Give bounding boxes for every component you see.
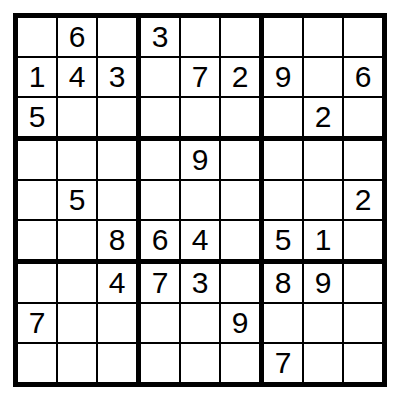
cell-r2c9: 6 — [344, 58, 382, 96]
cell-r5c6[interactable] — [221, 181, 259, 219]
box-5: 964 — [141, 141, 259, 259]
cell-r9c1[interactable] — [18, 344, 56, 382]
cell-r9c7: 7 — [264, 344, 302, 382]
cell-r5c9: 2 — [344, 181, 382, 219]
cell-r1c2: 6 — [58, 18, 96, 56]
cell-r2c8[interactable] — [304, 58, 342, 96]
box-8: 739 — [141, 264, 259, 382]
cell-r6c3: 8 — [98, 221, 136, 259]
sudoku-board: 614353729625896425147739897 — [13, 13, 387, 387]
cell-r4c2[interactable] — [58, 141, 96, 179]
cell-r7c3: 4 — [98, 264, 136, 302]
cell-r7c4: 7 — [141, 264, 179, 302]
cell-r9c8[interactable] — [304, 344, 342, 382]
box-6: 251 — [264, 141, 382, 259]
cell-r3c6[interactable] — [221, 98, 259, 136]
cell-r7c1[interactable] — [18, 264, 56, 302]
cell-r4c3[interactable] — [98, 141, 136, 179]
box-4: 58 — [18, 141, 136, 259]
cell-r2c1: 1 — [18, 58, 56, 96]
cell-r8c3[interactable] — [98, 304, 136, 342]
cell-r7c9[interactable] — [344, 264, 382, 302]
cell-r5c7[interactable] — [264, 181, 302, 219]
cell-r5c1[interactable] — [18, 181, 56, 219]
cell-r7c5: 3 — [181, 264, 219, 302]
cell-r5c8[interactable] — [304, 181, 342, 219]
cell-r3c4[interactable] — [141, 98, 179, 136]
cell-r4c7[interactable] — [264, 141, 302, 179]
cell-r1c5[interactable] — [181, 18, 219, 56]
cell-r5c4[interactable] — [141, 181, 179, 219]
cell-r1c9[interactable] — [344, 18, 382, 56]
cell-r1c1[interactable] — [18, 18, 56, 56]
box-7: 47 — [18, 264, 136, 382]
cell-r5c3[interactable] — [98, 181, 136, 219]
cell-r8c9[interactable] — [344, 304, 382, 342]
cell-r9c4[interactable] — [141, 344, 179, 382]
cell-r1c8[interactable] — [304, 18, 342, 56]
cell-r3c2[interactable] — [58, 98, 96, 136]
cell-r2c4[interactable] — [141, 58, 179, 96]
cell-r8c7[interactable] — [264, 304, 302, 342]
cell-r8c4[interactable] — [141, 304, 179, 342]
cell-r3c1: 5 — [18, 98, 56, 136]
cell-r1c7[interactable] — [264, 18, 302, 56]
cell-r3c8: 2 — [304, 98, 342, 136]
cell-r9c9[interactable] — [344, 344, 382, 382]
cell-r9c2[interactable] — [58, 344, 96, 382]
cell-r9c5[interactable] — [181, 344, 219, 382]
cell-r1c4: 3 — [141, 18, 179, 56]
box-3: 962 — [264, 18, 382, 136]
box-9: 897 — [264, 264, 382, 382]
cell-r4c8[interactable] — [304, 141, 342, 179]
cell-r6c7: 5 — [264, 221, 302, 259]
cell-r6c2[interactable] — [58, 221, 96, 259]
cell-r9c6[interactable] — [221, 344, 259, 382]
cell-r8c1: 7 — [18, 304, 56, 342]
cell-r8c5[interactable] — [181, 304, 219, 342]
cell-r3c9[interactable] — [344, 98, 382, 136]
cell-r5c2: 5 — [58, 181, 96, 219]
cell-r1c3[interactable] — [98, 18, 136, 56]
cell-r5c5[interactable] — [181, 181, 219, 219]
cell-r2c5: 7 — [181, 58, 219, 96]
cell-r2c2: 4 — [58, 58, 96, 96]
cell-r2c7: 9 — [264, 58, 302, 96]
box-1: 61435 — [18, 18, 136, 136]
cell-r8c2[interactable] — [58, 304, 96, 342]
cell-r3c3[interactable] — [98, 98, 136, 136]
cell-r8c8[interactable] — [304, 304, 342, 342]
cell-r6c6[interactable] — [221, 221, 259, 259]
cell-r2c6: 2 — [221, 58, 259, 96]
cell-r3c5[interactable] — [181, 98, 219, 136]
box-2: 372 — [141, 18, 259, 136]
cell-r7c6[interactable] — [221, 264, 259, 302]
cell-r1c6[interactable] — [221, 18, 259, 56]
cell-r3c7[interactable] — [264, 98, 302, 136]
cell-r6c9[interactable] — [344, 221, 382, 259]
cell-r4c1[interactable] — [18, 141, 56, 179]
cell-r2c3: 3 — [98, 58, 136, 96]
cell-r8c6: 9 — [221, 304, 259, 342]
cell-r6c8: 1 — [304, 221, 342, 259]
cell-r4c9[interactable] — [344, 141, 382, 179]
cell-r4c6[interactable] — [221, 141, 259, 179]
cell-r7c7: 8 — [264, 264, 302, 302]
cell-r7c8: 9 — [304, 264, 342, 302]
cell-r7c2[interactable] — [58, 264, 96, 302]
cell-r9c3[interactable] — [98, 344, 136, 382]
cell-r4c4[interactable] — [141, 141, 179, 179]
cell-r6c1[interactable] — [18, 221, 56, 259]
cell-r6c4: 6 — [141, 221, 179, 259]
cell-r6c5: 4 — [181, 221, 219, 259]
cell-r4c5: 9 — [181, 141, 219, 179]
